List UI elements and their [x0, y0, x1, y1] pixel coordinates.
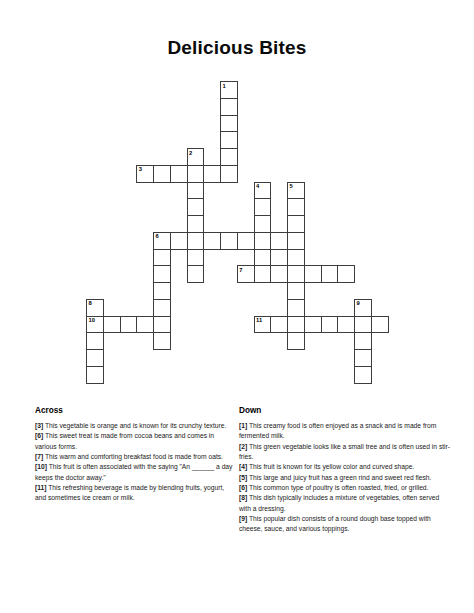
clue-down-2: [2] This green vegetable looks like a sm… [239, 442, 452, 463]
cell-number-10: 10 [89, 317, 95, 323]
grid-cell-r12c4[interactable] [153, 282, 171, 300]
clue-down-4: [4] This fruit is known for its yellow c… [239, 462, 452, 472]
clue-number: [3] [35, 422, 43, 429]
clue-across-3: [3] This vegetable is orange and is know… [35, 421, 236, 431]
grid-cell-r14c3[interactable] [136, 316, 154, 334]
puzzle-title: Delicious Bites [0, 37, 474, 59]
clue-number: [9] [239, 515, 247, 522]
grid-cell-r5c7[interactable] [203, 165, 221, 183]
grid-cell-r0c8[interactable]: 1 [220, 81, 238, 99]
grid-cell-r12c12[interactable] [287, 282, 305, 300]
grid-cell-r15c16[interactable] [354, 332, 372, 350]
clue-across-7: [7] This warm and comforting breakfast f… [35, 452, 236, 462]
clue-across-6: [6] This sweet treat is made from cocoa … [35, 431, 236, 452]
grid-cell-r14c10[interactable]: 11 [254, 316, 272, 334]
clue-number: [7] [35, 453, 43, 460]
cell-number-8: 8 [89, 300, 92, 306]
grid-cell-r4c8[interactable] [220, 148, 238, 166]
grid-cell-r7c10[interactable] [254, 198, 272, 216]
grid-cell-r7c6[interactable] [187, 198, 205, 216]
cell-number-4: 4 [256, 183, 259, 189]
grid-cell-r14c4[interactable] [153, 316, 171, 334]
grid-cell-r5c8[interactable] [220, 165, 238, 183]
grid-cell-r14c13[interactable] [304, 316, 322, 334]
clue-number: [10] [35, 463, 47, 470]
grid-cell-r14c15[interactable] [337, 316, 355, 334]
grid-cell-r2c8[interactable] [220, 115, 238, 133]
grid-cell-r9c5[interactable] [170, 232, 188, 250]
grid-cell-r8c10[interactable] [254, 215, 272, 233]
across-header: Across [35, 406, 236, 415]
grid-cell-r14c11[interactable] [270, 316, 288, 334]
grid-cell-r5c5[interactable] [170, 165, 188, 183]
grid-cell-r14c17[interactable] [371, 316, 389, 334]
grid-cell-r14c14[interactable] [321, 316, 339, 334]
grid-cell-r15c12[interactable] [287, 332, 305, 350]
cell-number-7: 7 [239, 267, 242, 273]
grid-cell-r9c12[interactable] [287, 232, 305, 250]
grid-cell-r11c4[interactable] [153, 265, 171, 283]
across-clue-list: [3] This vegetable is orange and is know… [35, 421, 236, 504]
grid-cell-r13c16[interactable]: 9 [354, 299, 372, 317]
grid-cell-r10c6[interactable] [187, 249, 205, 267]
clue-down-5: [5] This large and juicy fruit has a gre… [239, 473, 452, 483]
clue-down-9: [9] This popular dish consists of a roun… [239, 514, 452, 535]
grid-cell-r5c3[interactable]: 3 [136, 165, 154, 183]
clue-number: [1] [239, 422, 247, 429]
grid-cell-r16c0[interactable] [86, 349, 104, 367]
grid-cell-r3c8[interactable] [220, 131, 238, 149]
down-header: Down [239, 406, 452, 415]
grid-cell-r10c4[interactable] [153, 249, 171, 267]
grid-cell-r14c0[interactable]: 10 [86, 316, 104, 334]
grid-cell-r11c14[interactable] [321, 265, 339, 283]
grid-cell-r11c9[interactable]: 7 [237, 265, 255, 283]
grid-cell-r6c10[interactable]: 4 [254, 182, 272, 200]
cell-number-11: 11 [256, 317, 262, 323]
clue-number: [2] [239, 443, 247, 450]
grid-cell-r13c12[interactable] [287, 299, 305, 317]
clue-number: [6] [35, 432, 43, 439]
grid-cell-r5c4[interactable] [153, 165, 171, 183]
crossword-grid: 1234567891011 [86, 81, 388, 383]
grid-cell-r9c7[interactable] [203, 232, 221, 250]
grid-cell-r14c2[interactable] [120, 316, 138, 334]
clue-down-6: [6] This common type of poultry is often… [239, 483, 452, 493]
grid-cell-r6c12[interactable]: 5 [287, 182, 305, 200]
grid-cell-r14c16[interactable] [354, 316, 372, 334]
down-clues-section: Down [1] This creamy food is often enjoy… [239, 406, 452, 535]
clue-across-10: [10] This fruit is often associated with… [35, 462, 236, 483]
clue-number: [4] [239, 463, 247, 470]
cell-number-6: 6 [156, 233, 159, 239]
grid-cell-r17c16[interactable] [354, 366, 372, 384]
clue-number: [8] [239, 494, 247, 501]
grid-cell-r11c12[interactable] [287, 265, 305, 283]
clue-number: [11] [35, 484, 47, 491]
grid-cell-r11c11[interactable] [270, 265, 288, 283]
grid-cell-r13c0[interactable]: 8 [86, 299, 104, 317]
cell-number-5: 5 [290, 183, 293, 189]
grid-cell-r10c10[interactable] [254, 249, 272, 267]
grid-cell-r9c4[interactable]: 6 [153, 232, 171, 250]
grid-cell-r11c10[interactable] [254, 265, 272, 283]
cell-number-2: 2 [189, 150, 192, 156]
grid-cell-r11c13[interactable] [304, 265, 322, 283]
grid-cell-r5c6[interactable] [187, 165, 205, 183]
clue-number: [5] [239, 474, 247, 481]
clue-across-11: [11] This refreshing beverage is made by… [35, 483, 236, 504]
grid-cell-r4c6[interactable]: 2 [187, 148, 205, 166]
grid-cell-r8c12[interactable] [287, 215, 305, 233]
grid-cell-r9c8[interactable] [220, 232, 238, 250]
across-clues-section: Across [3] This vegetable is orange and … [35, 406, 236, 504]
cell-number-9: 9 [357, 300, 360, 306]
grid-cell-r9c11[interactable] [270, 232, 288, 250]
grid-cell-r15c4[interactable] [153, 332, 171, 350]
grid-cell-r15c0[interactable] [86, 332, 104, 350]
cell-number-1: 1 [223, 83, 226, 89]
clue-number: [6] [239, 484, 247, 491]
grid-cell-r6c6[interactable] [187, 182, 205, 200]
down-clue-list: [1] This creamy food is often enjoyed as… [239, 421, 452, 535]
grid-cell-r13c4[interactable] [153, 299, 171, 317]
grid-cell-r9c6[interactable] [187, 232, 205, 250]
cell-number-3: 3 [139, 166, 142, 172]
grid-cell-r11c6[interactable] [187, 265, 205, 283]
clue-down-1: [1] This creamy food is often enjoyed as… [239, 421, 452, 442]
grid-cell-r11c15[interactable] [337, 265, 355, 283]
grid-cell-r9c9[interactable] [237, 232, 255, 250]
grid-cell-r17c0[interactable] [86, 366, 104, 384]
grid-cell-r8c6[interactable] [187, 215, 205, 233]
grid-cell-r14c1[interactable] [103, 316, 121, 334]
grid-cell-r7c12[interactable] [287, 198, 305, 216]
grid-cell-r16c16[interactable] [354, 349, 372, 367]
grid-cell-r1c8[interactable] [220, 98, 238, 116]
grid-cell-r9c10[interactable] [254, 232, 272, 250]
clue-down-8: [8] This dish typically includes a mixtu… [239, 493, 452, 514]
grid-cell-r14c12[interactable] [287, 316, 305, 334]
grid-cell-r10c12[interactable] [287, 249, 305, 267]
